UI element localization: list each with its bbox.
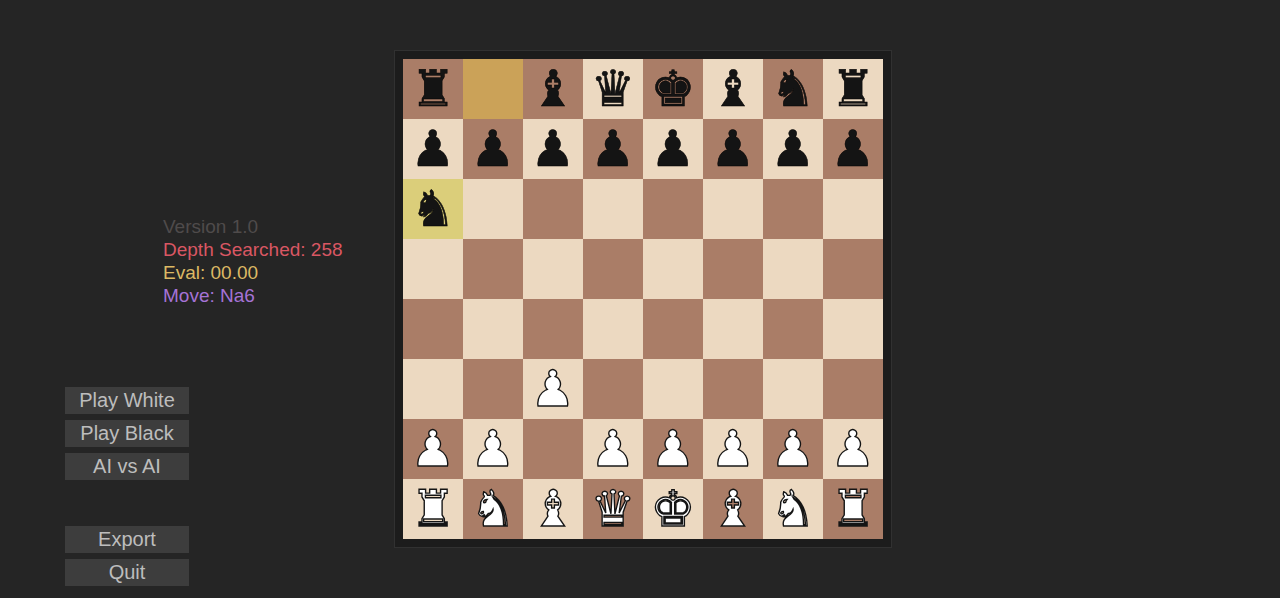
square-a1[interactable]: ♜ bbox=[403, 479, 463, 539]
square-c4[interactable] bbox=[523, 299, 583, 359]
square-c6[interactable] bbox=[523, 179, 583, 239]
white-knight: ♞ bbox=[471, 479, 516, 539]
white-pawn: ♟ bbox=[411, 419, 456, 479]
black-rook: ♜ bbox=[411, 59, 456, 119]
square-c8[interactable]: ♝ bbox=[523, 59, 583, 119]
square-g8[interactable]: ♞ bbox=[763, 59, 823, 119]
white-pawn: ♟ bbox=[591, 419, 636, 479]
white-queen: ♛ bbox=[591, 479, 636, 539]
square-b6[interactable] bbox=[463, 179, 523, 239]
square-e8[interactable]: ♚ bbox=[643, 59, 703, 119]
black-bishop: ♝ bbox=[711, 59, 756, 119]
square-e5[interactable] bbox=[643, 239, 703, 299]
square-e7[interactable]: ♟ bbox=[643, 119, 703, 179]
square-g4[interactable] bbox=[763, 299, 823, 359]
square-d1[interactable]: ♛ bbox=[583, 479, 643, 539]
chess-board-frame: ♜♝♛♚♝♞♜♟♟♟♟♟♟♟♟♞♟♟♟♟♟♟♟♟♜♞♝♛♚♝♞♜ bbox=[395, 51, 891, 547]
square-b8[interactable] bbox=[463, 59, 523, 119]
square-b4[interactable] bbox=[463, 299, 523, 359]
chess-board: ♜♝♛♚♝♞♜♟♟♟♟♟♟♟♟♞♟♟♟♟♟♟♟♟♜♞♝♛♚♝♞♜ bbox=[403, 59, 883, 539]
white-pawn: ♟ bbox=[711, 419, 756, 479]
square-g5[interactable] bbox=[763, 239, 823, 299]
square-e6[interactable] bbox=[643, 179, 703, 239]
white-knight: ♞ bbox=[771, 479, 816, 539]
square-g2[interactable]: ♟ bbox=[763, 419, 823, 479]
white-rook: ♜ bbox=[831, 479, 876, 539]
square-b1[interactable]: ♞ bbox=[463, 479, 523, 539]
square-b5[interactable] bbox=[463, 239, 523, 299]
square-f6[interactable] bbox=[703, 179, 763, 239]
square-c2[interactable] bbox=[523, 419, 583, 479]
square-c7[interactable]: ♟ bbox=[523, 119, 583, 179]
black-pawn: ♟ bbox=[531, 119, 576, 179]
square-c3[interactable]: ♟ bbox=[523, 359, 583, 419]
move-label: Move: Na6 bbox=[163, 284, 343, 307]
black-queen: ♛ bbox=[591, 59, 636, 119]
square-h2[interactable]: ♟ bbox=[823, 419, 883, 479]
square-a4[interactable] bbox=[403, 299, 463, 359]
button-panel: Play White Play Black AI vs AI Export Qu… bbox=[65, 387, 189, 586]
square-h4[interactable] bbox=[823, 299, 883, 359]
white-king: ♚ bbox=[651, 479, 696, 539]
black-bishop: ♝ bbox=[531, 59, 576, 119]
square-a7[interactable]: ♟ bbox=[403, 119, 463, 179]
black-pawn: ♟ bbox=[411, 119, 456, 179]
square-d6[interactable] bbox=[583, 179, 643, 239]
square-g1[interactable]: ♞ bbox=[763, 479, 823, 539]
play-white-button[interactable]: Play White bbox=[65, 387, 189, 414]
engine-info-panel: Version 1.0 Depth Searched: 258 Eval: 00… bbox=[163, 215, 343, 307]
square-e1[interactable]: ♚ bbox=[643, 479, 703, 539]
square-e2[interactable]: ♟ bbox=[643, 419, 703, 479]
square-b3[interactable] bbox=[463, 359, 523, 419]
square-g7[interactable]: ♟ bbox=[763, 119, 823, 179]
square-f8[interactable]: ♝ bbox=[703, 59, 763, 119]
white-rook: ♜ bbox=[411, 479, 456, 539]
depth-searched-label: Depth Searched: 258 bbox=[163, 238, 343, 261]
white-pawn: ♟ bbox=[771, 419, 816, 479]
black-king: ♚ bbox=[651, 59, 696, 119]
black-pawn: ♟ bbox=[651, 119, 696, 179]
square-c5[interactable] bbox=[523, 239, 583, 299]
black-knight: ♞ bbox=[771, 59, 816, 119]
black-knight: ♞ bbox=[411, 179, 456, 239]
square-a2[interactable]: ♟ bbox=[403, 419, 463, 479]
square-h7[interactable]: ♟ bbox=[823, 119, 883, 179]
white-pawn: ♟ bbox=[471, 419, 516, 479]
version-label: Version 1.0 bbox=[163, 215, 343, 238]
square-a8[interactable]: ♜ bbox=[403, 59, 463, 119]
square-a5[interactable] bbox=[403, 239, 463, 299]
square-d7[interactable]: ♟ bbox=[583, 119, 643, 179]
white-pawn: ♟ bbox=[531, 359, 576, 419]
square-f1[interactable]: ♝ bbox=[703, 479, 763, 539]
square-f7[interactable]: ♟ bbox=[703, 119, 763, 179]
square-d2[interactable]: ♟ bbox=[583, 419, 643, 479]
square-g6[interactable] bbox=[763, 179, 823, 239]
square-d8[interactable]: ♛ bbox=[583, 59, 643, 119]
quit-button[interactable]: Quit bbox=[65, 559, 189, 586]
square-h5[interactable] bbox=[823, 239, 883, 299]
white-bishop: ♝ bbox=[531, 479, 576, 539]
white-pawn: ♟ bbox=[831, 419, 876, 479]
square-d5[interactable] bbox=[583, 239, 643, 299]
square-e4[interactable] bbox=[643, 299, 703, 359]
play-black-button[interactable]: Play Black bbox=[65, 420, 189, 447]
square-d3[interactable] bbox=[583, 359, 643, 419]
square-h8[interactable]: ♜ bbox=[823, 59, 883, 119]
square-h3[interactable] bbox=[823, 359, 883, 419]
eval-label: Eval: 00.00 bbox=[163, 261, 343, 284]
ai-vs-ai-button[interactable]: AI vs AI bbox=[65, 453, 189, 480]
black-rook: ♜ bbox=[831, 59, 876, 119]
white-pawn: ♟ bbox=[651, 419, 696, 479]
square-c1[interactable]: ♝ bbox=[523, 479, 583, 539]
square-f3[interactable] bbox=[703, 359, 763, 419]
square-a6[interactable]: ♞ bbox=[403, 179, 463, 239]
export-button[interactable]: Export bbox=[65, 526, 189, 553]
black-pawn: ♟ bbox=[711, 119, 756, 179]
square-f5[interactable] bbox=[703, 239, 763, 299]
square-f2[interactable]: ♟ bbox=[703, 419, 763, 479]
black-pawn: ♟ bbox=[771, 119, 816, 179]
square-h6[interactable] bbox=[823, 179, 883, 239]
square-h1[interactable]: ♜ bbox=[823, 479, 883, 539]
square-a3[interactable] bbox=[403, 359, 463, 419]
square-b2[interactable]: ♟ bbox=[463, 419, 523, 479]
square-b7[interactable]: ♟ bbox=[463, 119, 523, 179]
black-pawn: ♟ bbox=[471, 119, 516, 179]
square-e3[interactable] bbox=[643, 359, 703, 419]
square-f4[interactable] bbox=[703, 299, 763, 359]
square-g3[interactable] bbox=[763, 359, 823, 419]
white-bishop: ♝ bbox=[711, 479, 756, 539]
black-pawn: ♟ bbox=[591, 119, 636, 179]
black-pawn: ♟ bbox=[831, 119, 876, 179]
square-d4[interactable] bbox=[583, 299, 643, 359]
